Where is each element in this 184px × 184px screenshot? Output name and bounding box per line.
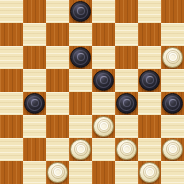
square-d5 [69, 69, 92, 92]
white-man-h2[interactable] [162, 139, 183, 160]
white-man-f2[interactable] [116, 139, 137, 160]
square-b6[interactable] [23, 46, 46, 69]
white-man-e3[interactable] [93, 116, 114, 137]
square-b1 [23, 161, 46, 184]
square-c4 [46, 92, 69, 115]
square-c8 [46, 0, 69, 23]
square-h5 [161, 69, 184, 92]
piece-inner-ring [100, 122, 108, 130]
piece-inner-ring [31, 99, 39, 107]
square-h7 [161, 23, 184, 46]
black-man-b4[interactable] [24, 93, 45, 114]
square-c7[interactable] [46, 23, 69, 46]
piece-outer-ring [73, 4, 88, 19]
square-b8[interactable] [23, 0, 46, 23]
square-b3 [23, 115, 46, 138]
square-c6 [46, 46, 69, 69]
square-g6 [138, 46, 161, 69]
piece-outer-ring [119, 96, 134, 111]
square-f5 [115, 69, 138, 92]
piece-outer-ring [97, 119, 111, 133]
white-man-g1[interactable] [139, 162, 160, 183]
white-man-c1[interactable] [47, 162, 68, 183]
square-b4[interactable] [23, 92, 46, 115]
square-a3[interactable] [0, 115, 23, 138]
square-e1[interactable] [92, 161, 115, 184]
piece-inner-ring [169, 53, 177, 61]
square-h8[interactable] [161, 0, 184, 23]
square-d1 [69, 161, 92, 184]
piece-inner-ring [146, 168, 154, 176]
piece-outer-ring [165, 96, 180, 111]
square-f7 [115, 23, 138, 46]
piece-outer-ring [27, 96, 42, 111]
piece-inner-ring [169, 99, 177, 107]
square-a4 [0, 92, 23, 115]
square-a2 [0, 138, 23, 161]
piece-outer-ring [73, 50, 88, 65]
square-f3 [115, 115, 138, 138]
square-c5[interactable] [46, 69, 69, 92]
square-h3 [161, 115, 184, 138]
square-g2 [138, 138, 161, 161]
square-a6 [0, 46, 23, 69]
piece-inner-ring [169, 145, 177, 153]
piece-inner-ring [77, 53, 85, 61]
black-man-e5[interactable] [93, 70, 114, 91]
square-h6[interactable] [161, 46, 184, 69]
piece-outer-ring [166, 50, 180, 64]
square-d7 [69, 23, 92, 46]
black-man-g5[interactable] [139, 70, 160, 91]
square-e6 [92, 46, 115, 69]
square-d2[interactable] [69, 138, 92, 161]
square-g8 [138, 0, 161, 23]
piece-inner-ring [77, 7, 85, 15]
square-g1[interactable] [138, 161, 161, 184]
piece-outer-ring [96, 73, 111, 88]
square-b2[interactable] [23, 138, 46, 161]
square-e8 [92, 0, 115, 23]
square-h2[interactable] [161, 138, 184, 161]
square-e2 [92, 138, 115, 161]
square-b5 [23, 69, 46, 92]
square-f2[interactable] [115, 138, 138, 161]
square-g4 [138, 92, 161, 115]
piece-inner-ring [100, 76, 108, 84]
white-man-h6[interactable] [162, 47, 183, 68]
piece-outer-ring [51, 165, 65, 179]
piece-inner-ring [77, 145, 85, 153]
square-f8[interactable] [115, 0, 138, 23]
square-g7[interactable] [138, 23, 161, 46]
square-a8 [0, 0, 23, 23]
square-d8[interactable] [69, 0, 92, 23]
square-c2 [46, 138, 69, 161]
piece-inner-ring [146, 76, 154, 84]
piece-outer-ring [166, 142, 180, 156]
square-e4 [92, 92, 115, 115]
square-d4[interactable] [69, 92, 92, 115]
square-e5[interactable] [92, 69, 115, 92]
square-g3[interactable] [138, 115, 161, 138]
square-a1[interactable] [0, 161, 23, 184]
square-a5[interactable] [0, 69, 23, 92]
piece-inner-ring [54, 168, 62, 176]
square-d3 [69, 115, 92, 138]
piece-outer-ring [142, 73, 157, 88]
square-d6[interactable] [69, 46, 92, 69]
piece-outer-ring [120, 142, 134, 156]
black-man-h4[interactable] [162, 93, 183, 114]
black-man-f4[interactable] [116, 93, 137, 114]
black-man-d8[interactable] [70, 1, 91, 22]
square-b7 [23, 23, 46, 46]
square-c3[interactable] [46, 115, 69, 138]
square-e7[interactable] [92, 23, 115, 46]
piece-inner-ring [123, 99, 131, 107]
square-e3[interactable] [92, 115, 115, 138]
square-f6[interactable] [115, 46, 138, 69]
square-f4[interactable] [115, 92, 138, 115]
square-f1 [115, 161, 138, 184]
piece-inner-ring [123, 145, 131, 153]
checkers-board [0, 0, 184, 184]
piece-outer-ring [74, 142, 88, 156]
square-a7[interactable] [0, 23, 23, 46]
black-man-d6[interactable] [70, 47, 91, 68]
white-man-d2[interactable] [70, 139, 91, 160]
square-g5[interactable] [138, 69, 161, 92]
square-h4[interactable] [161, 92, 184, 115]
square-c1[interactable] [46, 161, 69, 184]
piece-outer-ring [143, 165, 157, 179]
square-h1 [161, 161, 184, 184]
